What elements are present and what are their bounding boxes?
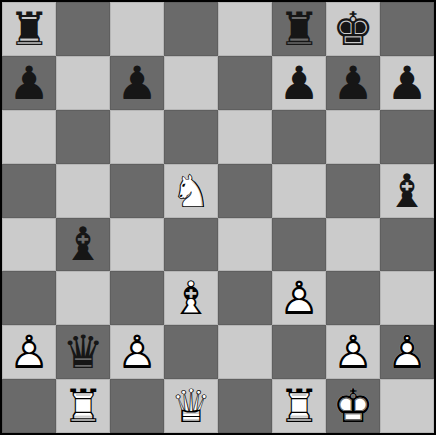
square-e3[interactable]: [218, 271, 272, 325]
square-h8[interactable]: [380, 2, 434, 56]
piece-black-bishop: ♝: [56, 218, 110, 272]
square-g5[interactable]: [326, 164, 380, 218]
square-e4[interactable]: [218, 218, 272, 272]
piece-white-rook: ♜♖: [272, 379, 326, 433]
square-f5[interactable]: [272, 164, 326, 218]
piece-black-pawn: ♟: [272, 56, 326, 110]
square-f4[interactable]: [272, 218, 326, 272]
square-d8[interactable]: [164, 2, 218, 56]
square-b2[interactable]: ♛: [56, 325, 110, 379]
piece-white-bishop: ♝♗: [164, 271, 218, 325]
square-b7[interactable]: [56, 56, 110, 110]
square-b8[interactable]: [56, 2, 110, 56]
piece-black-rook: ♜: [2, 2, 56, 56]
square-a6[interactable]: [2, 110, 56, 164]
square-f1[interactable]: ♜♖: [272, 379, 326, 433]
square-b5[interactable]: [56, 164, 110, 218]
square-a5[interactable]: [2, 164, 56, 218]
square-e2[interactable]: [218, 325, 272, 379]
piece-white-pawn: ♟♙: [2, 325, 56, 379]
square-b6[interactable]: [56, 110, 110, 164]
square-d1[interactable]: ♛♕: [164, 379, 218, 433]
square-c4[interactable]: [110, 218, 164, 272]
square-a4[interactable]: [2, 218, 56, 272]
chess-board: ♜♜♚♟♟♟♟♟♞♘♝♝♝♗♟♙♟♙♛♟♙♟♙♟♙♜♖♛♕♜♖♚♔: [0, 0, 436, 435]
piece-black-rook: ♜: [272, 2, 326, 56]
square-b4[interactable]: ♝: [56, 218, 110, 272]
square-g4[interactable]: [326, 218, 380, 272]
square-c7[interactable]: ♟: [110, 56, 164, 110]
piece-black-queen: ♛: [56, 325, 110, 379]
square-e7[interactable]: [218, 56, 272, 110]
piece-black-pawn: ♟: [110, 56, 164, 110]
square-g7[interactable]: ♟: [326, 56, 380, 110]
square-d4[interactable]: [164, 218, 218, 272]
square-h1[interactable]: [380, 379, 434, 433]
piece-black-pawn: ♟: [380, 56, 434, 110]
square-f6[interactable]: [272, 110, 326, 164]
square-e6[interactable]: [218, 110, 272, 164]
square-e5[interactable]: [218, 164, 272, 218]
piece-white-pawn: ♟♙: [110, 325, 164, 379]
square-c5[interactable]: [110, 164, 164, 218]
square-a2[interactable]: ♟♙: [2, 325, 56, 379]
square-d2[interactable]: [164, 325, 218, 379]
square-a7[interactable]: ♟: [2, 56, 56, 110]
square-h3[interactable]: [380, 271, 434, 325]
square-c1[interactable]: [110, 379, 164, 433]
piece-white-pawn: ♟♙: [380, 325, 434, 379]
square-c3[interactable]: [110, 271, 164, 325]
piece-white-queen: ♛♕: [164, 379, 218, 433]
square-h6[interactable]: [380, 110, 434, 164]
square-g1[interactable]: ♚♔: [326, 379, 380, 433]
square-d3[interactable]: ♝♗: [164, 271, 218, 325]
square-c8[interactable]: [110, 2, 164, 56]
square-g8[interactable]: ♚: [326, 2, 380, 56]
square-f3[interactable]: ♟♙: [272, 271, 326, 325]
square-h7[interactable]: ♟: [380, 56, 434, 110]
piece-black-pawn: ♟: [326, 56, 380, 110]
square-b3[interactable]: [56, 271, 110, 325]
square-c6[interactable]: [110, 110, 164, 164]
square-a3[interactable]: [2, 271, 56, 325]
piece-white-pawn: ♟♙: [326, 325, 380, 379]
square-d7[interactable]: [164, 56, 218, 110]
square-a1[interactable]: [2, 379, 56, 433]
square-e8[interactable]: [218, 2, 272, 56]
square-c2[interactable]: ♟♙: [110, 325, 164, 379]
piece-white-pawn: ♟♙: [272, 271, 326, 325]
square-h2[interactable]: ♟♙: [380, 325, 434, 379]
piece-white-king: ♚♔: [326, 379, 380, 433]
square-h4[interactable]: [380, 218, 434, 272]
square-b1[interactable]: ♜♖: [56, 379, 110, 433]
piece-white-rook: ♜♖: [56, 379, 110, 433]
square-e1[interactable]: [218, 379, 272, 433]
square-g3[interactable]: [326, 271, 380, 325]
square-g2[interactable]: ♟♙: [326, 325, 380, 379]
square-h5[interactable]: ♝: [380, 164, 434, 218]
square-d6[interactable]: [164, 110, 218, 164]
square-d5[interactable]: ♞♘: [164, 164, 218, 218]
piece-white-knight: ♞♘: [164, 164, 218, 218]
square-g6[interactable]: [326, 110, 380, 164]
square-f8[interactable]: ♜: [272, 2, 326, 56]
square-f7[interactable]: ♟: [272, 56, 326, 110]
piece-black-king: ♚: [326, 2, 380, 56]
piece-black-pawn: ♟: [2, 56, 56, 110]
piece-black-bishop: ♝: [380, 164, 434, 218]
square-f2[interactable]: [272, 325, 326, 379]
square-a8[interactable]: ♜: [2, 2, 56, 56]
